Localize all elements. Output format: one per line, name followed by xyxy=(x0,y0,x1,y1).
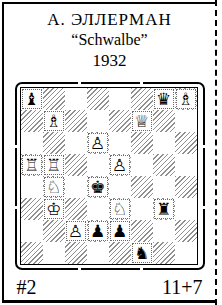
square-b3: ♔ xyxy=(43,198,65,220)
white-pawn-c2: ♙ xyxy=(66,221,86,241)
square-h1 xyxy=(175,242,197,264)
black-bishop-a8: ♝ xyxy=(22,89,42,109)
square-e3: ♘ xyxy=(109,198,131,220)
square-e8 xyxy=(109,88,131,110)
square-g1 xyxy=(153,242,175,264)
square-g7 xyxy=(153,110,175,132)
chess-diagram: ♝♛♗♗♕♙♖♖♙♘♚♔♘♜♙♟♟♞ #2 11+7 xyxy=(15,82,205,299)
square-b8 xyxy=(43,88,65,110)
black-pawn-e2: ♟ xyxy=(110,221,130,241)
square-g2 xyxy=(153,220,175,242)
square-d6: ♙ xyxy=(87,132,109,154)
white-rook-b5: ♖ xyxy=(44,155,64,175)
square-a7 xyxy=(21,110,43,132)
black-king-d4: ♚ xyxy=(88,177,108,197)
page: А. ЭЛЛЕРМАН “Schwalbe” 1932 ♝♛♗♗♕♙♖♖♙♘♚♔… xyxy=(0,0,222,305)
square-f6 xyxy=(131,132,153,154)
square-e6 xyxy=(109,132,131,154)
square-a5: ♖ xyxy=(21,154,43,176)
square-e1 xyxy=(109,242,131,264)
square-a1 xyxy=(21,242,43,264)
square-f7: ♕ xyxy=(131,110,153,132)
board-grid: ♝♛♗♗♕♙♖♖♙♘♚♔♘♜♙♟♟♞ xyxy=(21,88,197,264)
white-king-b3: ♔ xyxy=(44,199,64,219)
square-g8: ♛ xyxy=(153,88,175,110)
square-c1 xyxy=(65,242,87,264)
material-count: 11+7 xyxy=(162,275,203,299)
square-a4 xyxy=(21,176,43,198)
diagram-content: А. ЭЛЛЕРМАН “Schwalbe” 1932 ♝♛♗♗♕♙♖♖♙♘♚♔… xyxy=(4,4,215,299)
frame-notch xyxy=(15,206,17,209)
square-c3 xyxy=(65,198,87,220)
frame-notch xyxy=(203,206,205,209)
white-bishop-b7: ♗ xyxy=(44,111,64,131)
square-e2: ♟ xyxy=(109,220,131,242)
square-h6 xyxy=(175,132,197,154)
square-h5 xyxy=(175,154,197,176)
white-pawn-e5: ♙ xyxy=(110,155,130,175)
composer-name: А. ЭЛЛЕРМАН xyxy=(4,9,215,30)
square-d1 xyxy=(87,242,109,264)
square-f4 xyxy=(131,176,153,198)
frame-notch xyxy=(203,145,205,148)
square-f5 xyxy=(131,154,153,176)
square-g5 xyxy=(153,154,175,176)
white-bishop-h8: ♗ xyxy=(176,89,196,109)
stipulation: #2 xyxy=(17,275,37,299)
white-rook-a5: ♖ xyxy=(22,155,42,175)
frame-notch xyxy=(78,82,81,84)
square-b1 xyxy=(43,242,65,264)
square-a8: ♝ xyxy=(21,88,43,110)
square-g3: ♜ xyxy=(153,198,175,220)
black-rook-g3: ♜ xyxy=(154,199,174,219)
square-h3 xyxy=(175,198,197,220)
square-f3 xyxy=(131,198,153,220)
square-h8: ♗ xyxy=(175,88,197,110)
caption-row: #2 11+7 xyxy=(15,275,205,299)
square-h7 xyxy=(175,110,197,132)
square-b2 xyxy=(43,220,65,242)
frame-notch xyxy=(15,145,17,148)
frame-notch xyxy=(140,268,143,270)
black-knight-f1: ♞ xyxy=(132,243,152,263)
board-inner-border: ♝♛♗♗♕♙♖♖♙♘♚♔♘♜♙♟♟♞ xyxy=(20,87,198,265)
black-pawn-d2: ♟ xyxy=(88,221,108,241)
square-a3 xyxy=(21,198,43,220)
square-d5 xyxy=(87,154,109,176)
square-d8 xyxy=(87,88,109,110)
dashed-cut-line xyxy=(215,0,217,305)
square-d7 xyxy=(87,110,109,132)
square-b6 xyxy=(43,132,65,154)
square-b7: ♗ xyxy=(43,110,65,132)
square-d4: ♚ xyxy=(87,176,109,198)
square-d3 xyxy=(87,198,109,220)
square-h2 xyxy=(175,220,197,242)
white-pawn-d6: ♙ xyxy=(88,133,108,153)
square-c7 xyxy=(65,110,87,132)
square-e5: ♙ xyxy=(109,154,131,176)
square-d2: ♟ xyxy=(87,220,109,242)
square-e7 xyxy=(109,110,131,132)
year: 1932 xyxy=(4,50,215,71)
square-c4 xyxy=(65,176,87,198)
square-f1: ♞ xyxy=(131,242,153,264)
frame-notch xyxy=(140,82,143,84)
square-c6 xyxy=(65,132,87,154)
square-a6 xyxy=(21,132,43,154)
square-c2: ♙ xyxy=(65,220,87,242)
square-h4 xyxy=(175,176,197,198)
square-f2 xyxy=(131,220,153,242)
white-knight-e3: ♘ xyxy=(110,199,130,219)
square-e4 xyxy=(109,176,131,198)
white-queen-f7: ♕ xyxy=(132,111,152,131)
white-knight-b4: ♘ xyxy=(44,177,64,197)
square-c5 xyxy=(65,154,87,176)
square-c8 xyxy=(65,88,87,110)
square-g4 xyxy=(153,176,175,198)
square-b4: ♘ xyxy=(43,176,65,198)
board-frame: ♝♛♗♗♕♙♖♖♙♘♚♔♘♜♙♟♟♞ xyxy=(15,82,205,270)
square-g6 xyxy=(153,132,175,154)
black-queen-g8: ♛ xyxy=(154,89,174,109)
square-a2 xyxy=(21,220,43,242)
source-name: “Schwalbe” xyxy=(4,30,215,50)
square-f8 xyxy=(131,88,153,110)
square-b5: ♖ xyxy=(43,154,65,176)
frame-notch xyxy=(78,268,81,270)
